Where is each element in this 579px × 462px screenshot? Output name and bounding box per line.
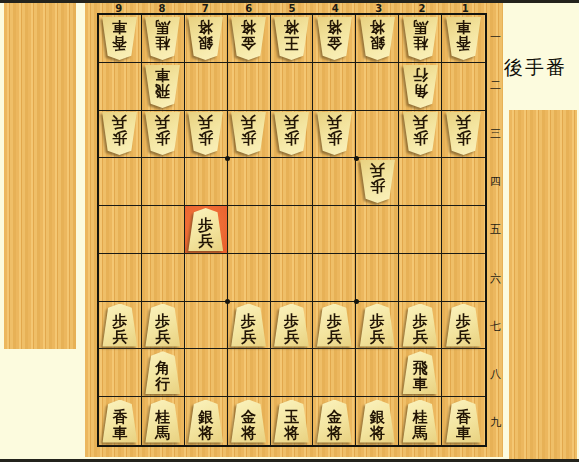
piece-sente: 歩兵 xyxy=(445,304,482,347)
board-square[interactable]: 歩兵 xyxy=(356,158,399,206)
rank-labels: 一二三四五六七八九 xyxy=(488,13,503,447)
piece-kanji: 金将 xyxy=(240,409,257,441)
board-square[interactable]: 玉将 xyxy=(271,397,314,445)
shogi-piece[interactable]: 桂馬 xyxy=(402,17,439,60)
piece-kanji: 銀将 xyxy=(369,19,386,51)
board-square[interactable]: 歩兵 xyxy=(271,302,314,350)
piece-kanji: 桂馬 xyxy=(412,409,429,441)
board-square[interactable]: 歩兵 xyxy=(228,111,271,159)
piece-face: 歩兵 xyxy=(101,112,138,155)
piece-face: 歩兵 xyxy=(273,304,310,347)
board-square[interactable]: 飛車 xyxy=(142,63,185,111)
board-square[interactable] xyxy=(399,254,442,302)
rank-label: 九 xyxy=(488,399,503,447)
board-square[interactable]: 歩兵 xyxy=(99,111,142,159)
board-square[interactable] xyxy=(356,206,399,254)
piece-gote: 歩兵 xyxy=(273,112,310,155)
board-square[interactable]: 歩兵 xyxy=(442,302,485,350)
piece-face: 桂馬 xyxy=(402,400,439,443)
piece-face: 金将 xyxy=(230,17,267,60)
piece-kanji: 歩兵 xyxy=(111,114,128,146)
piece-face: 金将 xyxy=(230,400,267,443)
rank-label: 三 xyxy=(488,109,503,157)
piece-kanji: 玉将 xyxy=(283,409,300,441)
shogi-piece[interactable]: 歩兵 xyxy=(273,304,310,347)
piece-face: 歩兵 xyxy=(359,160,396,203)
piece-gote: 銀将 xyxy=(187,17,224,60)
piece-face: 飛車 xyxy=(144,65,181,108)
rank-label: 七 xyxy=(488,302,503,350)
board-square[interactable]: 歩兵 xyxy=(356,302,399,350)
piece-gote: 歩兵 xyxy=(316,112,353,155)
board-square[interactable] xyxy=(356,349,399,397)
shogi-piece[interactable]: 歩兵 xyxy=(230,112,267,155)
board-square[interactable]: 桂馬 xyxy=(399,397,442,445)
shogi-piece[interactable]: 銀将 xyxy=(187,17,224,60)
piece-face: 玉将 xyxy=(273,400,310,443)
piece-sente: 銀将 xyxy=(187,400,224,443)
board-square[interactable] xyxy=(313,254,356,302)
piece-face: 歩兵 xyxy=(101,304,138,347)
piece-face: 歩兵 xyxy=(316,112,353,155)
gote-komadai[interactable] xyxy=(4,3,76,349)
piece-kanji: 金将 xyxy=(326,19,343,51)
shogi-piece[interactable]: 歩兵 xyxy=(359,160,396,203)
shogi-piece[interactable]: 金将 xyxy=(230,400,267,443)
piece-face: 歩兵 xyxy=(230,304,267,347)
piece-face: 歩兵 xyxy=(230,112,267,155)
piece-face: 歩兵 xyxy=(359,304,396,347)
piece-kanji: 桂馬 xyxy=(154,19,171,51)
board-square[interactable] xyxy=(185,158,228,206)
piece-face: 歩兵 xyxy=(187,112,224,155)
piece-kanji: 香車 xyxy=(111,409,128,441)
piece-kanji: 歩兵 xyxy=(240,313,257,345)
piece-sente: 角行 xyxy=(144,351,181,394)
board-square[interactable] xyxy=(228,158,271,206)
piece-face: 桂馬 xyxy=(144,400,181,443)
board-square[interactable]: 歩兵 xyxy=(442,111,485,159)
rank-label: 五 xyxy=(488,206,503,254)
turn-indicator: 後手番 xyxy=(504,55,567,81)
shogi-app: 後手番 987654321 一二三四五六七八九 香車桂馬銀将金将王将金将銀将桂馬… xyxy=(0,0,579,462)
shogi-piece[interactable]: 桂馬 xyxy=(402,400,439,443)
board-square[interactable] xyxy=(185,254,228,302)
shogi-piece[interactable]: 歩兵 xyxy=(101,112,138,155)
board-square[interactable] xyxy=(271,206,314,254)
rank-label: 八 xyxy=(488,351,503,399)
piece-gote: 歩兵 xyxy=(230,112,267,155)
piece-sente: 香車 xyxy=(101,400,138,443)
piece-kanji: 角行 xyxy=(412,67,429,99)
piece-sente: 金将 xyxy=(230,400,267,443)
shogi-piece[interactable]: 歩兵 xyxy=(144,304,181,347)
piece-kanji: 歩兵 xyxy=(326,313,343,345)
piece-sente: 歩兵 xyxy=(230,304,267,347)
board-square[interactable]: 歩兵 xyxy=(142,111,185,159)
board-square[interactable] xyxy=(399,158,442,206)
board-square[interactable] xyxy=(271,349,314,397)
board-square[interactable] xyxy=(356,111,399,159)
piece-gote: 歩兵 xyxy=(402,112,439,155)
piece-gote: 香車 xyxy=(445,17,482,60)
board-square[interactable]: 歩兵 xyxy=(313,302,356,350)
rank-label: 一 xyxy=(488,13,503,61)
piece-kanji: 銀将 xyxy=(369,409,386,441)
board-square[interactable] xyxy=(142,254,185,302)
board-square[interactable] xyxy=(228,254,271,302)
board-square[interactable]: 金将 xyxy=(228,397,271,445)
piece-face: 歩兵 xyxy=(402,304,439,347)
shogi-piece[interactable]: 銀将 xyxy=(359,400,396,443)
piece-face: 歩兵 xyxy=(187,208,224,251)
piece-kanji: 歩兵 xyxy=(197,217,214,249)
piece-kanji: 王将 xyxy=(283,19,300,51)
shogi-piece[interactable]: 香車 xyxy=(445,17,482,60)
rank-label: 四 xyxy=(488,158,503,206)
piece-gote: 歩兵 xyxy=(144,112,181,155)
shogi-piece[interactable]: 玉将 xyxy=(273,400,310,443)
piece-sente: 歩兵 xyxy=(273,304,310,347)
board-square[interactable] xyxy=(442,158,485,206)
board-square[interactable] xyxy=(271,254,314,302)
shogi-piece[interactable]: 王将 xyxy=(273,17,310,60)
shogi-piece[interactable]: 香車 xyxy=(101,400,138,443)
board-square[interactable] xyxy=(313,206,356,254)
piece-face: 銀将 xyxy=(187,17,224,60)
piece-face: 歩兵 xyxy=(273,112,310,155)
piece-sente: 飛車 xyxy=(402,351,439,394)
board-square[interactable]: 銀将 xyxy=(185,15,228,63)
board-square[interactable] xyxy=(399,206,442,254)
board-square[interactable]: 桂馬 xyxy=(142,397,185,445)
rank-label: 六 xyxy=(488,254,503,302)
piece-face: 歩兵 xyxy=(144,112,181,155)
piece-face: 歩兵 xyxy=(316,304,353,347)
star-point xyxy=(354,299,359,304)
star-point xyxy=(354,156,359,161)
rank-label: 二 xyxy=(488,61,503,109)
piece-kanji: 歩兵 xyxy=(240,114,257,146)
board-square[interactable]: 金将 xyxy=(228,15,271,63)
piece-face: 歩兵 xyxy=(402,112,439,155)
shogi-piece[interactable]: 飛車 xyxy=(402,351,439,394)
board-square[interactable]: 角行 xyxy=(399,63,442,111)
board-square[interactable]: 香車 xyxy=(442,397,485,445)
piece-sente: 銀将 xyxy=(359,400,396,443)
board-square[interactable] xyxy=(99,349,142,397)
piece-kanji: 香車 xyxy=(455,409,472,441)
piece-face: 飛車 xyxy=(402,351,439,394)
piece-sente: 桂馬 xyxy=(402,400,439,443)
board-square[interactable] xyxy=(142,158,185,206)
board-square[interactable]: 歩兵 xyxy=(399,302,442,350)
board-square[interactable]: 歩兵 xyxy=(313,111,356,159)
shogi-piece[interactable]: 金将 xyxy=(316,17,353,60)
piece-kanji: 飛車 xyxy=(412,360,429,392)
board-square[interactable] xyxy=(99,254,142,302)
piece-gote: 飛車 xyxy=(144,65,181,108)
piece-kanji: 歩兵 xyxy=(412,114,429,146)
board-square[interactable]: 歩兵 xyxy=(271,111,314,159)
shogi-piece[interactable]: 角行 xyxy=(402,65,439,108)
piece-kanji: 歩兵 xyxy=(154,114,171,146)
board-square[interactable]: 歩兵 xyxy=(399,111,442,159)
board-square[interactable]: 歩兵 xyxy=(99,302,142,350)
piece-kanji: 角行 xyxy=(154,360,171,392)
board-square[interactable] xyxy=(356,63,399,111)
piece-kanji: 歩兵 xyxy=(326,114,343,146)
shogi-piece[interactable]: 飛車 xyxy=(144,65,181,108)
board-square[interactable]: 銀将 xyxy=(356,397,399,445)
board-square[interactable] xyxy=(442,349,485,397)
shogi-piece[interactable]: 桂馬 xyxy=(144,400,181,443)
piece-face: 銀将 xyxy=(359,400,396,443)
board-square[interactable] xyxy=(99,158,142,206)
piece-sente: 歩兵 xyxy=(101,304,138,347)
piece-face: 香車 xyxy=(445,400,482,443)
shogi-piece[interactable]: 歩兵 xyxy=(359,304,396,347)
board-square[interactable] xyxy=(271,158,314,206)
piece-kanji: 歩兵 xyxy=(283,114,300,146)
piece-sente: 歩兵 xyxy=(144,304,181,347)
board-square[interactable] xyxy=(228,349,271,397)
piece-face: 銀将 xyxy=(359,17,396,60)
board-square[interactable]: 歩兵 xyxy=(142,302,185,350)
piece-kanji: 歩兵 xyxy=(111,313,128,345)
piece-gote: 歩兵 xyxy=(101,112,138,155)
board-square[interactable] xyxy=(228,206,271,254)
shogi-piece[interactable]: 歩兵 xyxy=(402,304,439,347)
piece-kanji: 香車 xyxy=(455,19,472,51)
piece-sente: 香車 xyxy=(445,400,482,443)
shogi-piece[interactable]: 香車 xyxy=(445,400,482,443)
board-square[interactable] xyxy=(313,349,356,397)
shogi-piece[interactable]: 歩兵 xyxy=(101,304,138,347)
piece-face: 銀将 xyxy=(187,400,224,443)
shogi-piece[interactable]: 香車 xyxy=(101,17,138,60)
piece-face: 金将 xyxy=(316,400,353,443)
piece-face: 歩兵 xyxy=(445,112,482,155)
piece-kanji: 銀将 xyxy=(197,19,214,51)
piece-face: 角行 xyxy=(144,351,181,394)
shogi-piece[interactable]: 歩兵 xyxy=(316,304,353,347)
shogi-piece[interactable]: 歩兵 xyxy=(316,112,353,155)
board-square[interactable] xyxy=(442,206,485,254)
board-square[interactable]: 角行 xyxy=(142,349,185,397)
shogi-piece[interactable]: 歩兵 xyxy=(230,304,267,347)
piece-face: 香車 xyxy=(445,17,482,60)
shogi-piece[interactable]: 銀将 xyxy=(187,400,224,443)
piece-kanji: 歩兵 xyxy=(197,114,214,146)
board-square[interactable]: 金将 xyxy=(313,397,356,445)
shogi-piece[interactable]: 角行 xyxy=(144,351,181,394)
board-square[interactable]: 銀将 xyxy=(185,397,228,445)
piece-gote: 金将 xyxy=(316,17,353,60)
piece-kanji: 桂馬 xyxy=(412,19,429,51)
star-point xyxy=(225,156,230,161)
board-square[interactable] xyxy=(185,349,228,397)
board-square[interactable] xyxy=(313,63,356,111)
piece-face: 歩兵 xyxy=(445,304,482,347)
board-square[interactable]: 香車 xyxy=(442,15,485,63)
board-square-highlighted[interactable]: 歩兵 xyxy=(185,206,228,254)
piece-kanji: 歩兵 xyxy=(455,313,472,345)
board-square[interactable]: 歩兵 xyxy=(228,302,271,350)
piece-kanji: 金将 xyxy=(326,409,343,441)
piece-gote: 歩兵 xyxy=(445,112,482,155)
shogi-piece[interactable]: 金将 xyxy=(316,400,353,443)
board-square[interactable]: 桂馬 xyxy=(399,15,442,63)
piece-gote: 桂馬 xyxy=(144,17,181,60)
board-square[interactable]: 飛車 xyxy=(399,349,442,397)
board-square[interactable] xyxy=(142,206,185,254)
piece-face: 金将 xyxy=(316,17,353,60)
piece-kanji: 歩兵 xyxy=(455,114,472,146)
piece-sente: 金将 xyxy=(316,400,353,443)
piece-face: 王将 xyxy=(273,17,310,60)
sente-komadai[interactable] xyxy=(509,110,577,459)
board-square[interactable] xyxy=(185,63,228,111)
piece-kanji: 歩兵 xyxy=(369,313,386,345)
piece-face: 香車 xyxy=(101,17,138,60)
piece-kanji: 歩兵 xyxy=(283,313,300,345)
piece-kanji: 香車 xyxy=(111,19,128,51)
shogi-piece[interactable]: 歩兵 xyxy=(144,112,181,155)
piece-kanji: 金将 xyxy=(240,19,257,51)
shogi-piece[interactable]: 歩兵 xyxy=(187,208,224,251)
shogi-piece[interactable]: 歩兵 xyxy=(187,112,224,155)
board-square[interactable] xyxy=(99,206,142,254)
piece-sente: 歩兵 xyxy=(187,208,224,251)
piece-gote: 角行 xyxy=(402,65,439,108)
piece-gote: 金将 xyxy=(230,17,267,60)
piece-gote: 銀将 xyxy=(359,17,396,60)
piece-kanji: 歩兵 xyxy=(369,162,386,194)
board-square[interactable] xyxy=(356,254,399,302)
shogi-piece[interactable]: 桂馬 xyxy=(144,17,181,60)
board-square[interactable] xyxy=(442,254,485,302)
board-square[interactable]: 桂馬 xyxy=(142,15,185,63)
piece-kanji: 歩兵 xyxy=(154,313,171,345)
board-square[interactable] xyxy=(99,63,142,111)
board-square[interactable] xyxy=(228,63,271,111)
piece-sente: 玉将 xyxy=(273,400,310,443)
piece-face: 歩兵 xyxy=(144,304,181,347)
piece-face: 香車 xyxy=(101,400,138,443)
piece-gote: 桂馬 xyxy=(402,17,439,60)
shogi-piece[interactable]: 歩兵 xyxy=(273,112,310,155)
board-square[interactable]: 歩兵 xyxy=(185,111,228,159)
board-square[interactable] xyxy=(185,302,228,350)
piece-face: 角行 xyxy=(402,65,439,108)
piece-kanji: 飛車 xyxy=(154,67,171,99)
shogi-piece[interactable]: 銀将 xyxy=(359,17,396,60)
shogi-piece[interactable]: 歩兵 xyxy=(445,304,482,347)
board-square[interactable] xyxy=(313,158,356,206)
board-square[interactable]: 香車 xyxy=(99,397,142,445)
board-grid: 香車桂馬銀将金将王将金将銀将桂馬香車飛車角行歩兵歩兵歩兵歩兵歩兵歩兵歩兵歩兵歩兵… xyxy=(97,13,487,447)
board-square[interactable]: 王将 xyxy=(271,15,314,63)
piece-gote: 歩兵 xyxy=(187,112,224,155)
board-square[interactable] xyxy=(271,63,314,111)
piece-sente: 歩兵 xyxy=(316,304,353,347)
piece-face: 桂馬 xyxy=(402,17,439,60)
piece-sente: 桂馬 xyxy=(144,400,181,443)
board-square[interactable] xyxy=(442,63,485,111)
piece-face: 桂馬 xyxy=(144,17,181,60)
piece-kanji: 銀将 xyxy=(197,409,214,441)
piece-gote: 香車 xyxy=(101,17,138,60)
shogi-piece[interactable]: 歩兵 xyxy=(402,112,439,155)
shogi-piece[interactable]: 歩兵 xyxy=(445,112,482,155)
shogi-board: 987654321 一二三四五六七八九 香車桂馬銀将金将王将金将銀将桂馬香車飛車… xyxy=(85,3,503,457)
piece-kanji: 歩兵 xyxy=(412,313,429,345)
board-square[interactable]: 金将 xyxy=(313,15,356,63)
board-square[interactable]: 香車 xyxy=(99,15,142,63)
piece-sente: 歩兵 xyxy=(359,304,396,347)
piece-kanji: 桂馬 xyxy=(154,409,171,441)
shogi-piece[interactable]: 金将 xyxy=(230,17,267,60)
piece-sente: 歩兵 xyxy=(402,304,439,347)
board-square[interactable]: 銀将 xyxy=(356,15,399,63)
piece-gote: 歩兵 xyxy=(359,160,396,203)
piece-gote: 王将 xyxy=(273,17,310,60)
